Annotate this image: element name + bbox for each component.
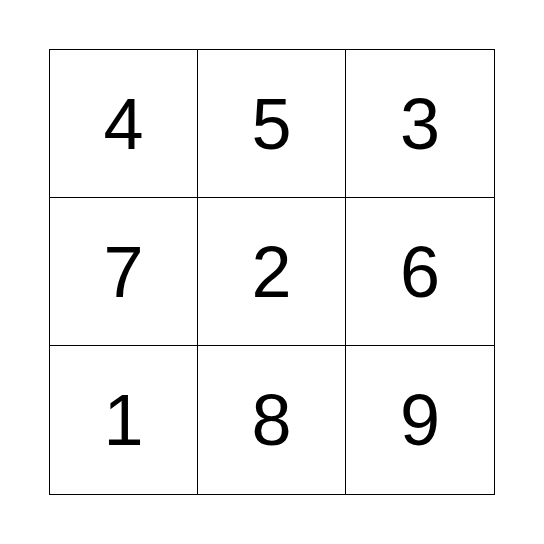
grid-cell-r1c1[interactable]: 4 bbox=[50, 50, 198, 198]
grid-cell-r2c2[interactable]: 2 bbox=[198, 198, 346, 346]
grid-cell-r1c3[interactable]: 3 bbox=[346, 50, 494, 198]
grid-cell-r3c2[interactable]: 8 bbox=[198, 346, 346, 494]
grid-cell-r2c3[interactable]: 6 bbox=[346, 198, 494, 346]
grid-cell-r1c2[interactable]: 5 bbox=[198, 50, 346, 198]
grid-cell-r3c1[interactable]: 1 bbox=[50, 346, 198, 494]
puzzle-grid: 453726189 bbox=[49, 49, 495, 495]
grid-cell-r3c3[interactable]: 9 bbox=[346, 346, 494, 494]
puzzle-page: 453726189 bbox=[0, 0, 544, 544]
grid-cell-r2c1[interactable]: 7 bbox=[50, 198, 198, 346]
